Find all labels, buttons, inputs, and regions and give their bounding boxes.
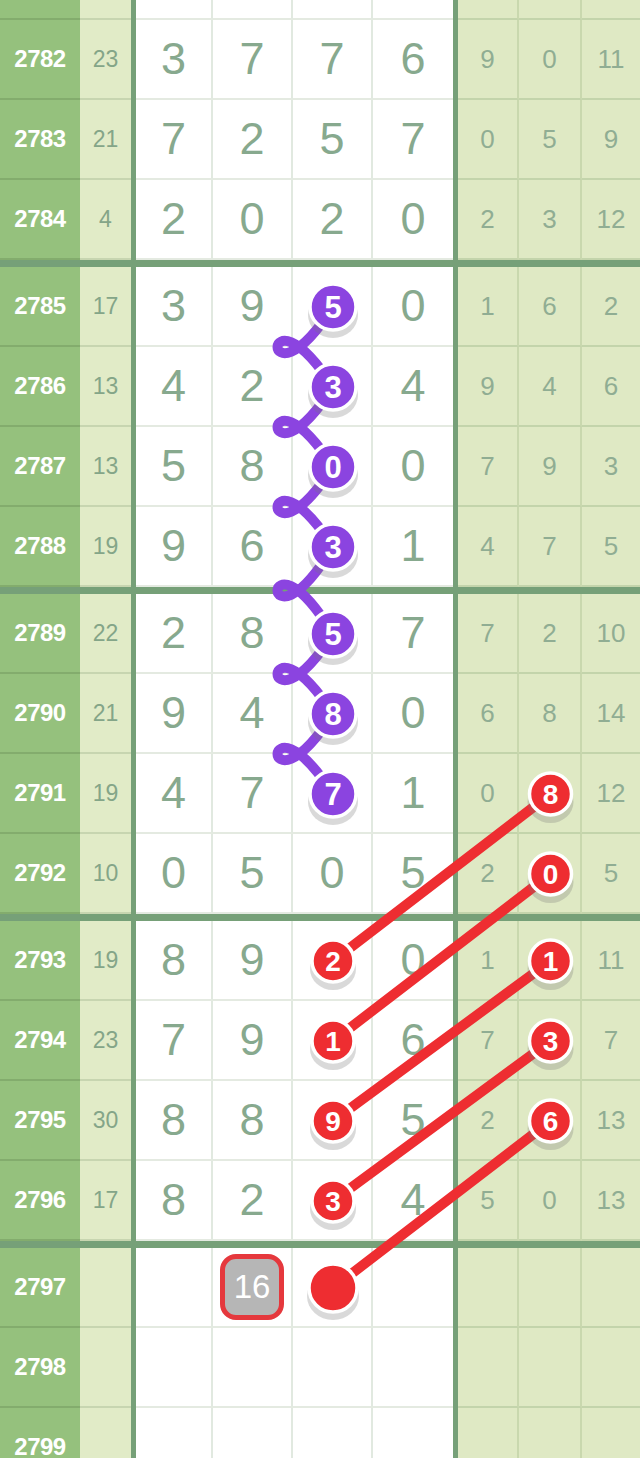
stat-cell xyxy=(582,0,640,20)
stat-cell: 6 xyxy=(519,267,582,347)
draw-number-cell-value: 8 xyxy=(239,607,264,659)
draw-number-cell: 9 xyxy=(213,921,293,1001)
stat-cell-value: 2 xyxy=(480,858,494,889)
table-row: 279319890111 xyxy=(0,921,640,1001)
draw-number-cell xyxy=(293,1408,373,1458)
draw-number-cell: 3 xyxy=(136,267,213,347)
period-cell-value: 2793 xyxy=(14,946,65,974)
period-cell-value: 2796 xyxy=(14,1186,65,1214)
draw-number-cell: 7 xyxy=(213,20,293,100)
group-divider xyxy=(0,260,640,267)
sum-cell: 13 xyxy=(80,347,131,427)
draw-number-cell-value: 3 xyxy=(161,280,186,332)
draw-number-cell-value: 5 xyxy=(161,440,186,492)
stat-cell-value: 4 xyxy=(480,531,494,562)
draw-number-cell-value: 4 xyxy=(239,687,264,739)
draw-number-cell xyxy=(293,267,373,347)
sum-cell-value: 22 xyxy=(93,620,119,647)
period-cell: 2794 xyxy=(0,1001,80,1081)
stat-cell xyxy=(519,1248,582,1328)
draw-number-cell: 4 xyxy=(136,754,213,834)
sum-cell-value: 17 xyxy=(93,1187,119,1214)
stat-cell: 0 xyxy=(519,1161,582,1241)
stat-cell: 11 xyxy=(582,20,640,100)
sum-cell-value: 23 xyxy=(93,46,119,73)
stat-cell: 5 xyxy=(582,507,640,587)
trend-table-board: 2782233776901127832172570592784420202312… xyxy=(0,0,640,1458)
draw-number-cell: 6 xyxy=(373,1001,453,1081)
table-row: 278819961475 xyxy=(0,507,640,587)
stat-cell-value: 2 xyxy=(604,291,618,322)
draw-number-cell: 0 xyxy=(373,427,453,507)
sum-cell-value: 13 xyxy=(93,453,119,480)
draw-number-cell-value: 7 xyxy=(400,607,425,659)
stat-cell-value: 0 xyxy=(542,1185,556,1216)
table-row: 278613424946 xyxy=(0,347,640,427)
draw-number-cell-value: 8 xyxy=(239,440,264,492)
stat-cell-value: 12 xyxy=(597,778,626,809)
draw-number-cell: 2 xyxy=(136,180,213,260)
stat-cell-value: 2 xyxy=(542,618,556,649)
draw-number-cell xyxy=(373,1328,453,1408)
draw-number-cell: 0 xyxy=(373,674,453,754)
stat-cell-value: 13 xyxy=(597,1105,626,1136)
stat-cell: 7 xyxy=(519,507,582,587)
table-row: 2799 xyxy=(0,1408,640,1458)
sum-cell: 19 xyxy=(80,921,131,1001)
draw-number-cell-value: 1 xyxy=(400,767,425,819)
stat-cell xyxy=(582,1408,640,1458)
draw-number-cell-value: 5 xyxy=(400,1094,425,1146)
period-cell: 2790 xyxy=(0,674,80,754)
table-row: 279119471012 xyxy=(0,754,640,834)
stat-cell: 10 xyxy=(582,594,640,674)
draw-number-cell xyxy=(136,1408,213,1458)
period-cell-value: 2787 xyxy=(14,452,65,480)
stat-cell xyxy=(458,1408,519,1458)
draw-number-cell: 4 xyxy=(213,674,293,754)
draw-number-cell xyxy=(293,921,373,1001)
draw-number-cell xyxy=(293,674,373,754)
draw-number-cell-value: 9 xyxy=(239,280,264,332)
draw-number-cell-value: 9 xyxy=(239,934,264,986)
draw-number-cell xyxy=(373,1248,453,1328)
sum-cell: 23 xyxy=(80,20,131,100)
table-row: 27822337769011 xyxy=(0,20,640,100)
draw-number-cell: 9 xyxy=(136,674,213,754)
stat-cell-value: 12 xyxy=(597,204,626,235)
period-cell-value: 2795 xyxy=(14,1106,65,1134)
stat-cell-value: 11 xyxy=(598,945,625,976)
draw-number-cell-value: 0 xyxy=(319,847,344,899)
period-cell: 2798 xyxy=(0,1328,80,1408)
stat-cell xyxy=(519,1328,582,1408)
draw-number-cell: 5 xyxy=(373,834,453,914)
stat-cell xyxy=(458,0,519,20)
draw-number-cell: 0 xyxy=(373,267,453,347)
group-divider xyxy=(0,587,640,594)
draw-number-cell: 2 xyxy=(213,100,293,180)
stat-cell: 6 xyxy=(458,674,519,754)
draw-number-cell-value: 2 xyxy=(239,113,264,165)
draw-number-cell-value: 9 xyxy=(239,1014,264,1066)
period-cell: 2792 xyxy=(0,834,80,914)
stat-cell xyxy=(582,1248,640,1328)
period-cell-value: 2785 xyxy=(14,292,65,320)
stat-cell-value: 5 xyxy=(604,531,618,562)
stat-cell: 0 xyxy=(458,100,519,180)
stat-cell: 2 xyxy=(458,1081,519,1161)
stat-cell-value: 7 xyxy=(480,1025,494,1056)
draw-number-cell xyxy=(136,1328,213,1408)
stat-cell: 13 xyxy=(582,1161,640,1241)
table-row: 279210050525 xyxy=(0,834,640,914)
stat-cell: 2 xyxy=(582,267,640,347)
period-cell-value: 2784 xyxy=(14,205,65,233)
draw-number-cell-value: 7 xyxy=(319,33,344,85)
draw-number-cell: 5 xyxy=(213,834,293,914)
draw-number-cell xyxy=(293,347,373,427)
stat-cell: 7 xyxy=(582,1001,640,1081)
sum-cell xyxy=(80,1408,131,1458)
draw-number-cell: 8 xyxy=(136,1161,213,1241)
period-cell: 2784 xyxy=(0,180,80,260)
sum-cell-value: 23 xyxy=(93,1027,119,1054)
stat-cell-value: 2 xyxy=(480,1105,494,1136)
draw-number-cell xyxy=(293,754,373,834)
stat-cell xyxy=(458,1248,519,1328)
stat-cell: 9 xyxy=(458,20,519,100)
draw-number-cell xyxy=(293,1161,373,1241)
draw-number-cell: 3 xyxy=(136,20,213,100)
stat-cell: 6 xyxy=(582,347,640,427)
period-cell: 2788 xyxy=(0,507,80,587)
table-row xyxy=(0,0,640,20)
stat-cell-value: 7 xyxy=(604,1025,618,1056)
sum-cell-value: 19 xyxy=(93,780,119,807)
stat-cell: 7 xyxy=(458,1001,519,1081)
stat-cell xyxy=(519,921,582,1001)
stat-cell: 7 xyxy=(458,427,519,507)
draw-number-cell: 8 xyxy=(213,1081,293,1161)
table-row: 279530885213 xyxy=(0,1081,640,1161)
draw-number-cell-value: 0 xyxy=(400,687,425,739)
draw-number-cell: 1 xyxy=(373,507,453,587)
stat-cell-value: 5 xyxy=(604,858,618,889)
draw-number-cell-value: 6 xyxy=(400,1014,425,1066)
stat-cell: 2 xyxy=(458,180,519,260)
period-cell: 2793 xyxy=(0,921,80,1001)
draw-number-cell: 7 xyxy=(136,1001,213,1081)
stat-cell-value: 9 xyxy=(480,371,494,402)
stat-cell xyxy=(582,1328,640,1408)
stat-cell-value: 6 xyxy=(480,698,494,729)
draw-number-cell-value: 8 xyxy=(161,1174,186,1226)
draw-number-cell xyxy=(293,1328,373,1408)
draw-number-cell-value: 8 xyxy=(161,1094,186,1146)
draw-number-cell: 5 xyxy=(136,427,213,507)
draw-number-cell: 8 xyxy=(136,921,213,1001)
draw-number-cell: 0 xyxy=(213,180,293,260)
draw-number-cell xyxy=(136,1248,213,1328)
draw-number-cell: 5 xyxy=(373,1081,453,1161)
table-row: 2784420202312 xyxy=(0,180,640,260)
period-cell-value: 2790 xyxy=(14,699,65,727)
draw-number-cell-value: 5 xyxy=(319,113,344,165)
stat-cell-value: 5 xyxy=(542,124,556,155)
sum-cell xyxy=(80,1248,131,1328)
stat-cell-value: 1 xyxy=(480,291,494,322)
sum-cell: 17 xyxy=(80,1161,131,1241)
stat-cell-value: 11 xyxy=(598,44,625,75)
draw-number-cell: 0 xyxy=(373,180,453,260)
draw-number-cell: 7 xyxy=(213,754,293,834)
draw-number-cell-value: 5 xyxy=(400,847,425,899)
stat-cell-value: 0 xyxy=(480,778,494,809)
draw-number-cell: 9 xyxy=(213,1001,293,1081)
stat-cell-value: 0 xyxy=(542,44,556,75)
draw-number-cell xyxy=(373,0,453,20)
stat-cell: 9 xyxy=(582,100,640,180)
draw-number-cell xyxy=(213,0,293,20)
sum-cell xyxy=(80,1328,131,1408)
sum-cell: 10 xyxy=(80,834,131,914)
stat-cell-value: 6 xyxy=(604,371,618,402)
stat-cell xyxy=(519,0,582,20)
draw-number-cell-value: 4 xyxy=(400,1174,425,1226)
sum-cell: 21 xyxy=(80,674,131,754)
table-row: 2796178245013 xyxy=(0,1161,640,1241)
draw-number-cell xyxy=(136,0,213,20)
draw-number-cell-value: 9 xyxy=(161,520,186,572)
table-row: 278713580793 xyxy=(0,427,640,507)
stat-cell-value: 9 xyxy=(542,451,556,482)
draw-number-cell-value: 8 xyxy=(239,1094,264,1146)
draw-number-cell xyxy=(293,427,373,507)
period-cell-value: 2799 xyxy=(14,1433,65,1458)
draw-number-cell: 2 xyxy=(136,594,213,674)
draw-number-cell xyxy=(293,1248,373,1328)
draw-number-cell-value: 6 xyxy=(239,520,264,572)
table-row: 278517390162 xyxy=(0,267,640,347)
draw-number-cell: 2 xyxy=(213,347,293,427)
stat-cell-value: 14 xyxy=(597,698,626,729)
draw-number-cell xyxy=(213,1408,293,1458)
stat-cell: 2 xyxy=(458,834,519,914)
stat-cell xyxy=(519,754,582,834)
stat-cell-value: 10 xyxy=(597,618,626,649)
stat-cell xyxy=(519,834,582,914)
sum-cell: 17 xyxy=(80,267,131,347)
stat-cell: 0 xyxy=(458,754,519,834)
sum-cell: 19 xyxy=(80,507,131,587)
stat-cell: 4 xyxy=(519,347,582,427)
stat-cell xyxy=(458,1328,519,1408)
group-divider xyxy=(0,1241,640,1248)
draw-number-cell-value: 6 xyxy=(400,33,425,85)
period-cell: 2789 xyxy=(0,594,80,674)
stat-cell xyxy=(519,1081,582,1161)
stat-cell: 7 xyxy=(458,594,519,674)
stat-cell: 3 xyxy=(582,427,640,507)
draw-number-cell xyxy=(293,1001,373,1081)
period-cell: 2799 xyxy=(0,1408,80,1458)
draw-number-cell: 8 xyxy=(136,1081,213,1161)
stat-cell-value: 8 xyxy=(542,698,556,729)
draw-number-cell: 0 xyxy=(293,834,373,914)
draw-number-cell-value: 7 xyxy=(161,1014,186,1066)
period-cell-value: 2789 xyxy=(14,619,65,647)
period-cell-value: 2798 xyxy=(14,1353,65,1381)
table-row: 279716 xyxy=(0,1248,640,1328)
stat-cell-value: 0 xyxy=(480,124,494,155)
stat-cell-value: 9 xyxy=(604,124,618,155)
stat-cell-value: 4 xyxy=(542,371,556,402)
draw-number-cell: 4 xyxy=(136,347,213,427)
table-row: 2783217257059 xyxy=(0,100,640,180)
table-row: 2798 xyxy=(0,1328,640,1408)
stat-cell xyxy=(519,1408,582,1458)
stat-cell: 12 xyxy=(582,754,640,834)
draw-number-cell-value: 0 xyxy=(239,193,264,245)
sum-cell-value: 4 xyxy=(99,206,112,233)
period-cell: 2795 xyxy=(0,1081,80,1161)
period-cell: 2783 xyxy=(0,100,80,180)
stat-cell: 5 xyxy=(458,1161,519,1241)
draw-number-cell: 2 xyxy=(293,180,373,260)
sum-cell-value: 17 xyxy=(93,293,119,320)
period-cell-value: 2792 xyxy=(14,859,65,887)
sum-cell: 22 xyxy=(80,594,131,674)
sum-cell xyxy=(80,0,131,20)
stat-cell-value: 7 xyxy=(542,531,556,562)
draw-number-cell-value: 9 xyxy=(161,687,186,739)
draw-number-cell-value: 3 xyxy=(161,33,186,85)
stat-cell xyxy=(519,1001,582,1081)
period-cell: 2797 xyxy=(0,1248,80,1328)
draw-number-cell: 8 xyxy=(213,594,293,674)
stat-cell: 2 xyxy=(519,594,582,674)
period-cell-value: 2782 xyxy=(14,45,65,73)
draw-number-cell-value: 2 xyxy=(161,193,186,245)
sum-cell: 4 xyxy=(80,180,131,260)
draw-number-cell-value: 5 xyxy=(239,847,264,899)
period-cell-value: 2797 xyxy=(14,1273,65,1301)
sum-cell: 13 xyxy=(80,427,131,507)
draw-number-cell-value: 2 xyxy=(239,360,264,412)
sum-cell: 23 xyxy=(80,1001,131,1081)
stat-cell: 14 xyxy=(582,674,640,754)
table-row: 2790219406814 xyxy=(0,674,640,754)
draw-number-cell-value: 4 xyxy=(161,360,186,412)
draw-number-cell-value: 7 xyxy=(400,113,425,165)
draw-number-cell-value: 8 xyxy=(161,934,186,986)
stat-cell: 4 xyxy=(458,507,519,587)
draw-number-cell-value: 0 xyxy=(161,847,186,899)
stat-cell-value: 9 xyxy=(480,44,494,75)
draw-number-cell: 4 xyxy=(373,347,453,427)
period-cell xyxy=(0,0,80,20)
sum-cell-value: 30 xyxy=(93,1107,119,1134)
stat-cell: 1 xyxy=(458,267,519,347)
period-cell-value: 2791 xyxy=(14,779,65,807)
draw-number-cell xyxy=(293,507,373,587)
period-cell-value: 2788 xyxy=(14,532,65,560)
stat-cell-value: 7 xyxy=(480,451,494,482)
draw-number-cell: 4 xyxy=(373,1161,453,1241)
draw-number-cell-value: 7 xyxy=(161,113,186,165)
draw-number-cell: 8 xyxy=(213,427,293,507)
sum-cell: 30 xyxy=(80,1081,131,1161)
draw-number-cell-value: 2 xyxy=(319,193,344,245)
group-divider xyxy=(0,914,640,921)
draw-number-cell xyxy=(213,1328,293,1408)
draw-number-cell: 6 xyxy=(213,507,293,587)
stat-cell: 1 xyxy=(458,921,519,1001)
stat-cell: 5 xyxy=(582,834,640,914)
stat-cell: 12 xyxy=(582,180,640,260)
stat-cell: 5 xyxy=(519,100,582,180)
draw-number-cell xyxy=(293,1081,373,1161)
draw-number-cell-value: 7 xyxy=(239,33,264,85)
draw-number-cell: 1 xyxy=(373,754,453,834)
stat-cell-value: 3 xyxy=(604,451,618,482)
draw-number-cell-value: 0 xyxy=(400,440,425,492)
draw-number-cell: 7 xyxy=(373,100,453,180)
stat-cell: 9 xyxy=(519,427,582,507)
sum-cell-value: 19 xyxy=(93,947,119,974)
draw-number-cell xyxy=(293,0,373,20)
draw-number-cell: 16 xyxy=(213,1248,293,1328)
sum-cell-value: 10 xyxy=(93,860,119,887)
draw-number-cell-value: 7 xyxy=(239,767,264,819)
draw-number-cell xyxy=(373,1408,453,1458)
draw-number-cell: 2 xyxy=(213,1161,293,1241)
period-cell-value: 2783 xyxy=(14,125,65,153)
stat-cell-value: 2 xyxy=(480,204,494,235)
draw-number-cell-value: 2 xyxy=(161,607,186,659)
period-cell: 2782 xyxy=(0,20,80,100)
draw-number-cell-value: 0 xyxy=(400,934,425,986)
draw-number-cell: 7 xyxy=(136,100,213,180)
period-cell: 2787 xyxy=(0,427,80,507)
sum-cell: 21 xyxy=(80,100,131,180)
stat-cell-value: 7 xyxy=(480,618,494,649)
stat-cell: 3 xyxy=(519,180,582,260)
stat-cell: 13 xyxy=(582,1081,640,1161)
stat-cell: 8 xyxy=(519,674,582,754)
draw-number-cell: 7 xyxy=(373,594,453,674)
draw-number-cell-value: 0 xyxy=(400,280,425,332)
draw-number-cell-value: 4 xyxy=(161,767,186,819)
draw-number-cell: 9 xyxy=(213,267,293,347)
draw-number-cell: 6 xyxy=(373,20,453,100)
draw-number-cell xyxy=(293,594,373,674)
stat-cell-value: 1 xyxy=(480,945,494,976)
sum-cell: 19 xyxy=(80,754,131,834)
period-cell: 2786 xyxy=(0,347,80,427)
stat-cell-value: 6 xyxy=(542,291,556,322)
table-row: 27942379677 xyxy=(0,1001,640,1081)
draw-number-cell-value: 0 xyxy=(400,193,425,245)
sum-cell-value: 13 xyxy=(93,373,119,400)
draw-number-cell: 5 xyxy=(293,100,373,180)
stat-cell-value: 13 xyxy=(597,1185,626,1216)
highlight-box-16: 16 xyxy=(220,1254,284,1320)
draw-number-cell: 9 xyxy=(136,507,213,587)
stat-cell-value: 5 xyxy=(480,1185,494,1216)
stat-cell-value: 3 xyxy=(542,204,556,235)
